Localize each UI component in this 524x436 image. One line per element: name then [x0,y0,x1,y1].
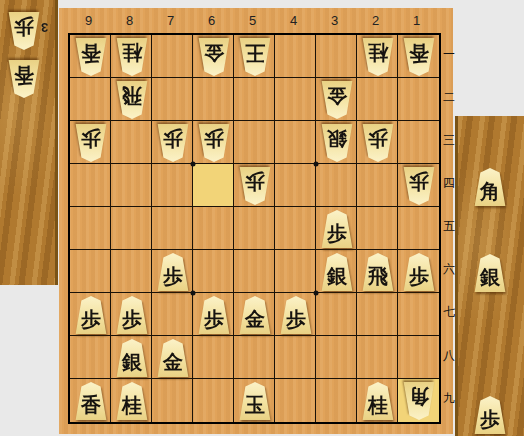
pawn-kanji: 歩 [81,130,101,150]
piece-sente-pawn-76[interactable]: 歩 [157,253,189,291]
king-kanji: 王 [245,44,265,64]
square-5-2[interactable] [234,78,275,121]
file-label-9: 9 [68,10,109,32]
king-piece-body: 玉 [239,382,271,420]
gold-piece-body: 金 [157,339,189,377]
square-1-2[interactable] [398,78,439,121]
pawn-kanji: 歩 [480,409,500,429]
square-6-6[interactable] [193,250,234,293]
rook-piece-body: 飛 [362,253,394,291]
pawn-piece-body: 歩 [157,253,189,291]
pawn-piece-body: 歩 [474,396,506,434]
piece-gote-rook-82[interactable]: 飛 [116,81,148,119]
pawn-kanji: 歩 [286,309,306,329]
square-5-5[interactable] [234,207,275,250]
pawn-piece-body: 歩 [8,12,40,50]
piece-sente-pawn-97[interactable]: 歩 [75,296,107,334]
gote-hand-count-pawn: 3 [41,20,48,35]
pawn-kanji: 歩 [409,266,429,286]
pawn-piece-body: 歩 [198,124,230,162]
square-9-4[interactable] [70,164,111,207]
piece-sente-silver-36[interactable]: 銀 [321,253,353,291]
piece-sente-lance-99[interactable]: 香 [75,382,107,420]
square-2-2[interactable] [357,78,398,121]
lance-piece-body: 香 [8,60,40,98]
piece-gote-gold-61[interactable]: 金 [198,38,230,76]
piece-gote-bishop-19[interactable]: 角 [403,382,435,420]
lance-piece-body: 香 [75,38,107,76]
rank-label-4: 四 [442,162,456,205]
knight-kanji: 桂 [122,44,142,64]
square-4-4[interactable] [275,164,316,207]
bishop-piece-body: 角 [474,168,506,206]
lance-kanji: 香 [409,44,429,64]
gold-kanji: 金 [163,352,183,372]
square-5-6[interactable] [234,250,275,293]
piece-sente-silver-88[interactable]: 銀 [116,339,148,377]
knight-kanji: 桂 [368,395,388,415]
file-labels: 987654321 [68,10,441,32]
piece-sente-pawn-16[interactable]: 歩 [403,253,435,291]
square-8-3[interactable] [111,121,152,164]
file-label-3: 3 [314,10,355,32]
file-label-1: 1 [396,10,437,32]
square-8-5[interactable] [111,207,152,250]
file-label-7: 7 [150,10,191,32]
knight-piece-body: 桂 [362,382,394,420]
lance-kanji: 香 [14,66,34,86]
silver-piece-body: 銀 [321,253,353,291]
piece-gote-pawn-23[interactable]: 歩 [362,124,394,162]
board-panel: 987654321 香桂金王桂香飛金歩歩歩銀歩歩歩歩歩銀飛歩歩歩歩金歩銀金香桂玉… [59,8,453,434]
piece-gote-gold-32[interactable]: 金 [321,81,353,119]
piece-sente-knight-29[interactable]: 桂 [362,382,394,420]
pawn-kanji: 歩 [409,173,429,193]
square-8-4[interactable] [111,164,152,207]
square-9-5[interactable] [70,207,111,250]
square-9-6[interactable] [70,250,111,293]
rank-label-6: 六 [442,248,456,291]
piece-gote-silver-33[interactable]: 銀 [321,124,353,162]
square-2-8[interactable] [357,336,398,379]
piece-gote-lance-11[interactable]: 香 [403,38,435,76]
square-4-1[interactable] [275,35,316,78]
piece-sente-pawn-35[interactable]: 歩 [321,210,353,248]
square-1-5[interactable] [398,207,439,250]
file-label-4: 4 [273,10,314,32]
gote-hand-panel: 歩3香 [0,0,58,285]
square-3-8[interactable] [316,336,357,379]
bishop-kanji: 角 [409,388,429,408]
square-3-9[interactable] [316,379,357,422]
pawn-piece-body: 歩 [75,124,107,162]
rook-kanji: 飛 [122,87,142,107]
gold-piece-body: 金 [239,296,271,334]
star-point [314,162,319,167]
silver-kanji: 銀 [480,267,500,287]
square-7-7[interactable] [152,293,193,336]
piece-sente-pawn-47[interactable]: 歩 [280,296,312,334]
king-piece-body: 王 [239,38,271,76]
file-label-8: 8 [109,10,150,32]
board-grid: 香桂金王桂香飛金歩歩歩銀歩歩歩歩歩銀飛歩歩歩歩金歩銀金香桂玉桂角 [68,33,441,424]
piece-sente-pawn-87[interactable]: 歩 [116,296,148,334]
pawn-piece-body: 歩 [403,253,435,291]
pawn-kanji: 歩 [327,223,347,243]
gold-piece-body: 金 [198,38,230,76]
square-9-8[interactable] [70,336,111,379]
pawn-kanji: 歩 [81,309,101,329]
square-7-1[interactable] [152,35,193,78]
rank-label-7: 七 [442,291,456,334]
piece-gote-pawn-73[interactable]: 歩 [157,124,189,162]
square-4-6[interactable] [275,250,316,293]
square-7-2[interactable] [152,78,193,121]
rook-kanji: 飛 [368,266,388,286]
square-4-5[interactable] [275,207,316,250]
square-9-2[interactable] [70,78,111,121]
square-6-8[interactable] [193,336,234,379]
pawn-kanji: 歩 [245,173,265,193]
square-1-3[interactable] [398,121,439,164]
silver-kanji: 銀 [327,130,347,150]
pawn-kanji: 歩 [122,309,142,329]
star-point [191,162,196,167]
piece-sente-pawn[interactable]: 歩 [474,396,506,434]
pawn-kanji: 歩 [204,309,224,329]
pawn-piece-body: 歩 [239,167,271,205]
bishop-piece-body: 角 [403,382,435,420]
knight-piece-body: 桂 [116,38,148,76]
lance-kanji: 香 [81,395,101,415]
lance-piece-body: 香 [403,38,435,76]
silver-piece-body: 銀 [321,124,353,162]
rook-piece-body: 飛 [116,81,148,119]
file-label-5: 5 [232,10,273,32]
square-7-5[interactable] [152,207,193,250]
pawn-piece-body: 歩 [321,210,353,248]
pawn-piece-body: 歩 [280,296,312,334]
square-2-4[interactable] [357,164,398,207]
star-point [314,291,319,296]
pawn-kanji: 歩 [163,266,183,286]
piece-sente-bishop[interactable]: 角 [474,168,506,206]
gold-piece-body: 金 [321,81,353,119]
piece-sente-silver[interactable]: 銀 [474,254,506,292]
piece-gote-pawn[interactable]: 歩 [8,12,40,50]
rank-label-2: 二 [442,76,456,119]
piece-gote-lance-91[interactable]: 香 [75,38,107,76]
file-label-2: 2 [355,10,396,32]
piece-gote-pawn-54[interactable]: 歩 [239,167,271,205]
rank-label-8: 八 [442,334,456,377]
bishop-kanji: 角 [480,181,500,201]
square-5-3[interactable] [234,121,275,164]
piece-sente-rook-26[interactable]: 飛 [362,253,394,291]
square-3-7[interactable] [316,293,357,336]
square-7-9[interactable] [152,379,193,422]
square-6-2[interactable] [193,78,234,121]
square-5-8[interactable] [234,336,275,379]
square-2-5[interactable] [357,207,398,250]
square-6-5[interactable] [193,207,234,250]
square-7-4[interactable] [152,164,193,207]
rank-label-3: 三 [442,119,456,162]
knight-piece-body: 桂 [362,38,394,76]
pawn-piece-body: 歩 [157,124,189,162]
silver-piece-body: 銀 [116,339,148,377]
pawn-piece-body: 歩 [75,296,107,334]
pawn-kanji: 歩 [14,18,34,38]
square-4-8[interactable] [275,336,316,379]
pawn-piece-body: 歩 [362,124,394,162]
piece-gote-knight-81[interactable]: 桂 [116,38,148,76]
piece-sente-gold-57[interactable]: 金 [239,296,271,334]
pawn-kanji: 歩 [163,130,183,150]
rank-label-5: 五 [442,205,456,248]
star-point [191,291,196,296]
piece-gote-lance[interactable]: 香 [8,60,40,98]
square-1-7[interactable] [398,293,439,336]
piece-gote-pawn-63[interactable]: 歩 [198,124,230,162]
square-4-9[interactable] [275,379,316,422]
piece-sente-pawn-67[interactable]: 歩 [198,296,230,334]
pawn-piece-body: 歩 [403,167,435,205]
file-label-6: 6 [191,10,232,32]
piece-sente-king-59[interactable]: 玉 [239,382,271,420]
pawn-piece-body: 歩 [116,296,148,334]
square-6-9[interactable] [193,379,234,422]
gold-kanji: 金 [245,309,265,329]
piece-sente-gold-78[interactable]: 金 [157,339,189,377]
piece-gote-knight-21[interactable]: 桂 [362,38,394,76]
gold-kanji: 金 [327,87,347,107]
knight-kanji: 桂 [368,44,388,64]
rank-labels: 一二三四五六七八九 [442,33,456,420]
silver-kanji: 銀 [327,266,347,286]
square-2-7[interactable] [357,293,398,336]
piece-gote-pawn-14[interactable]: 歩 [403,167,435,205]
rank-label-9: 九 [442,377,456,420]
pawn-kanji: 歩 [368,130,388,150]
square-4-2[interactable] [275,78,316,121]
pawn-piece-body: 歩 [198,296,230,334]
rank-label-1: 一 [442,33,456,76]
pawn-kanji: 歩 [204,130,224,150]
gold-kanji: 金 [204,44,224,64]
lance-kanji: 香 [81,44,101,64]
square-8-6[interactable] [111,250,152,293]
square-3-1[interactable] [316,35,357,78]
piece-gote-king-51[interactable]: 王 [239,38,271,76]
knight-kanji: 桂 [122,395,142,415]
square-4-3[interactable] [275,121,316,164]
piece-sente-knight-89[interactable]: 桂 [116,382,148,420]
lance-piece-body: 香 [75,382,107,420]
shogi-app: 歩3香 987654321 香桂金王桂香飛金歩歩歩銀歩歩歩歩歩銀飛歩歩歩歩金歩銀… [0,0,524,436]
knight-piece-body: 桂 [116,382,148,420]
sente-hand-panel: 角銀歩 [455,116,524,436]
piece-gote-pawn-93[interactable]: 歩 [75,124,107,162]
silver-piece-body: 銀 [474,254,506,292]
square-3-4[interactable] [316,164,357,207]
king-kanji: 玉 [245,395,265,415]
silver-kanji: 銀 [122,352,142,372]
square-1-8[interactable] [398,336,439,379]
square-6-4[interactable] [193,164,234,207]
